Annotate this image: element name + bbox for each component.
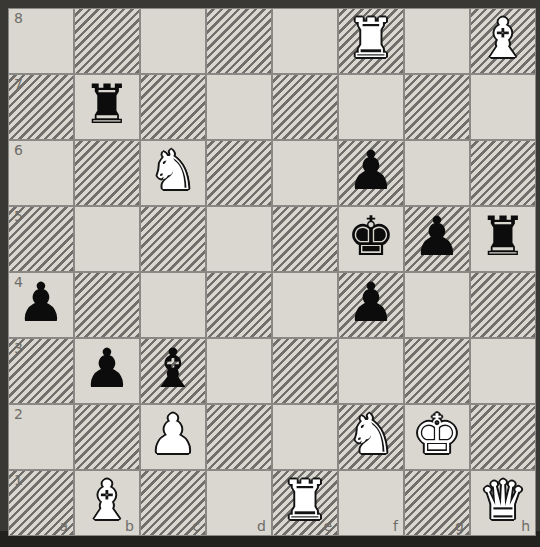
file-label-c: c: [192, 519, 200, 533]
square-g8[interactable]: [405, 9, 469, 73]
square-g5[interactable]: ♟: [405, 207, 469, 271]
square-g6[interactable]: [405, 141, 469, 205]
square-b4[interactable]: [75, 273, 139, 337]
piece-white-queen-h1[interactable]: ♛: [479, 474, 527, 528]
file-label-a: a: [59, 519, 68, 533]
rank-label-2: 2: [14, 407, 23, 421]
square-c2[interactable]: ♟: [141, 405, 205, 469]
rank-label-7: 7: [14, 77, 23, 91]
square-e8[interactable]: [273, 9, 337, 73]
square-b8[interactable]: [75, 9, 139, 73]
square-g1[interactable]: g: [405, 471, 469, 535]
square-f1[interactable]: f: [339, 471, 403, 535]
square-h1[interactable]: h♛: [471, 471, 535, 535]
square-b2[interactable]: [75, 405, 139, 469]
square-b6[interactable]: [75, 141, 139, 205]
square-d2[interactable]: [207, 405, 271, 469]
piece-black-rook-b7[interactable]: ♜: [83, 78, 131, 132]
square-h5[interactable]: ♜: [471, 207, 535, 271]
square-f7[interactable]: [339, 75, 403, 139]
piece-black-pawn-g5[interactable]: ♟: [413, 210, 461, 264]
square-a5[interactable]: 5: [9, 207, 73, 271]
square-h2[interactable]: [471, 405, 535, 469]
square-d7[interactable]: [207, 75, 271, 139]
piece-white-knight-c6[interactable]: ♞: [149, 144, 197, 198]
square-e3[interactable]: [273, 339, 337, 403]
square-c7[interactable]: [141, 75, 205, 139]
piece-white-knight-f2[interactable]: ♞: [347, 408, 395, 462]
square-h8[interactable]: ♝: [471, 9, 535, 73]
rank-label-6: 6: [14, 143, 23, 157]
square-d4[interactable]: [207, 273, 271, 337]
square-h4[interactable]: [471, 273, 535, 337]
square-h3[interactable]: [471, 339, 535, 403]
square-a8[interactable]: 8: [9, 9, 73, 73]
square-d1[interactable]: d: [207, 471, 271, 535]
piece-white-king-g2[interactable]: ♚: [413, 408, 461, 462]
square-c4[interactable]: [141, 273, 205, 337]
square-c1[interactable]: c: [141, 471, 205, 535]
square-a3[interactable]: 3: [9, 339, 73, 403]
square-c6[interactable]: ♞: [141, 141, 205, 205]
piece-black-king-f5[interactable]: ♚: [347, 210, 395, 264]
file-label-d: d: [257, 519, 266, 533]
piece-black-pawn-f6[interactable]: ♟: [347, 144, 395, 198]
piece-white-bishop-b1[interactable]: ♝: [83, 474, 131, 528]
rank-label-1: 1: [14, 473, 23, 487]
piece-white-rook-f8[interactable]: ♜: [347, 12, 395, 66]
square-b5[interactable]: [75, 207, 139, 271]
square-g3[interactable]: [405, 339, 469, 403]
board-frame: 8♜♝7♜6♞♟5♚♟♜4♟♟3♟♝2♟♞♚1ab♝cde♜fgh♛: [0, 0, 540, 547]
square-a1[interactable]: 1a: [9, 471, 73, 535]
square-d6[interactable]: [207, 141, 271, 205]
square-f3[interactable]: [339, 339, 403, 403]
square-g4[interactable]: [405, 273, 469, 337]
file-label-g: g: [455, 519, 464, 533]
piece-black-bishop-c3[interactable]: ♝: [149, 342, 197, 396]
square-a4[interactable]: 4♟: [9, 273, 73, 337]
square-b7[interactable]: ♜: [75, 75, 139, 139]
square-b3[interactable]: ♟: [75, 339, 139, 403]
square-g7[interactable]: [405, 75, 469, 139]
piece-white-pawn-c2[interactable]: ♟: [149, 408, 197, 462]
square-f5[interactable]: ♚: [339, 207, 403, 271]
piece-black-pawn-f4[interactable]: ♟: [347, 276, 395, 330]
square-h6[interactable]: [471, 141, 535, 205]
square-f8[interactable]: ♜: [339, 9, 403, 73]
square-c8[interactable]: [141, 9, 205, 73]
square-e6[interactable]: [273, 141, 337, 205]
square-d5[interactable]: [207, 207, 271, 271]
square-g2[interactable]: ♚: [405, 405, 469, 469]
piece-black-pawn-a4[interactable]: ♟: [17, 276, 65, 330]
square-e1[interactable]: e♜: [273, 471, 337, 535]
square-a2[interactable]: 2: [9, 405, 73, 469]
square-b1[interactable]: b♝: [75, 471, 139, 535]
piece-white-bishop-h8[interactable]: ♝: [479, 12, 527, 66]
rank-label-3: 3: [14, 341, 23, 355]
rank-label-5: 5: [14, 209, 23, 223]
piece-black-pawn-b3[interactable]: ♟: [83, 342, 131, 396]
rank-label-8: 8: [14, 11, 23, 25]
square-e5[interactable]: [273, 207, 337, 271]
square-d3[interactable]: [207, 339, 271, 403]
square-a7[interactable]: 7: [9, 75, 73, 139]
square-d8[interactable]: [207, 9, 271, 73]
square-e4[interactable]: [273, 273, 337, 337]
square-e2[interactable]: [273, 405, 337, 469]
square-f4[interactable]: ♟: [339, 273, 403, 337]
square-f6[interactable]: ♟: [339, 141, 403, 205]
square-h7[interactable]: [471, 75, 535, 139]
chess-board: 8♜♝7♜6♞♟5♚♟♜4♟♟3♟♝2♟♞♚1ab♝cde♜fgh♛: [8, 8, 536, 536]
piece-black-rook-h5[interactable]: ♜: [479, 210, 527, 264]
square-e7[interactable]: [273, 75, 337, 139]
square-a6[interactable]: 6: [9, 141, 73, 205]
square-c3[interactable]: ♝: [141, 339, 205, 403]
square-c5[interactable]: [141, 207, 205, 271]
square-f2[interactable]: ♞: [339, 405, 403, 469]
piece-white-rook-e1[interactable]: ♜: [281, 474, 329, 528]
file-label-f: f: [393, 519, 398, 533]
